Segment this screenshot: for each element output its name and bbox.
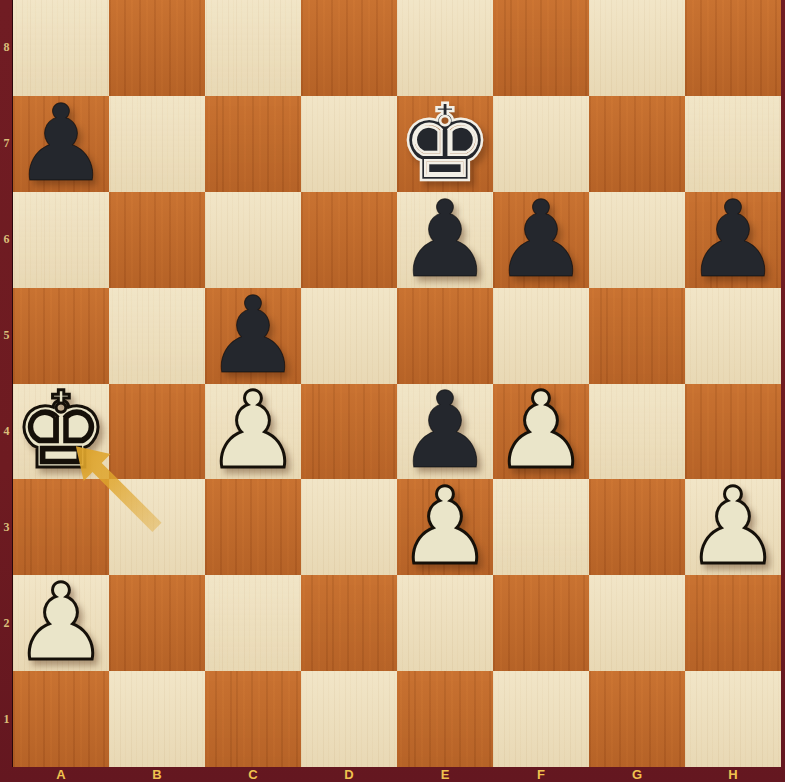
square-c7[interactable] (205, 96, 301, 192)
square-e3[interactable]: ♟ (397, 479, 493, 575)
white-pawn[interactable]: ♟ (205, 384, 301, 480)
square-c3[interactable] (205, 479, 301, 575)
square-g5[interactable] (589, 288, 685, 384)
file-label-h: H (685, 767, 781, 782)
square-a7[interactable]: ♟ (13, 96, 109, 192)
square-d4[interactable] (301, 384, 397, 480)
square-g8[interactable] (589, 0, 685, 96)
square-e6[interactable]: ♟ (397, 192, 493, 288)
square-d7[interactable] (301, 96, 397, 192)
rank-labels: 87654321 (0, 0, 13, 767)
square-d5[interactable] (301, 288, 397, 384)
white-pawn[interactable]: ♟ (685, 479, 781, 575)
square-a2[interactable]: ♟ (13, 575, 109, 671)
square-a1[interactable] (13, 671, 109, 767)
file-label-a: A (13, 767, 109, 782)
square-g4[interactable] (589, 384, 685, 480)
square-d8[interactable] (301, 0, 397, 96)
square-d6[interactable] (301, 192, 397, 288)
rank-label-1: 1 (0, 671, 13, 767)
square-g6[interactable] (589, 192, 685, 288)
file-label-b: B (109, 767, 205, 782)
chess-board: ♟♚♟♟♟♟♚♟♟♟♟♟♟ (13, 0, 781, 767)
white-pawn[interactable]: ♟ (397, 479, 493, 575)
square-h1[interactable] (685, 671, 781, 767)
square-c4[interactable]: ♟ (205, 384, 301, 480)
square-h3[interactable]: ♟ (685, 479, 781, 575)
square-h8[interactable] (685, 0, 781, 96)
square-d2[interactable] (301, 575, 397, 671)
square-b3[interactable] (109, 479, 205, 575)
square-f3[interactable] (493, 479, 589, 575)
square-b6[interactable] (109, 192, 205, 288)
rank-label-6: 6 (0, 192, 13, 288)
square-h6[interactable]: ♟ (685, 192, 781, 288)
square-g2[interactable] (589, 575, 685, 671)
square-f1[interactable] (493, 671, 589, 767)
square-b1[interactable] (109, 671, 205, 767)
rank-label-4: 4 (0, 384, 13, 480)
white-pawn[interactable]: ♟ (13, 575, 109, 671)
square-h5[interactable] (685, 288, 781, 384)
rank-label-7: 7 (0, 96, 13, 192)
square-d3[interactable] (301, 479, 397, 575)
rank-label-3: 3 (0, 479, 13, 575)
square-g7[interactable] (589, 96, 685, 192)
square-b2[interactable] (109, 575, 205, 671)
file-label-f: F (493, 767, 589, 782)
square-e2[interactable] (397, 575, 493, 671)
square-b5[interactable] (109, 288, 205, 384)
file-label-d: D (301, 767, 397, 782)
square-a4[interactable]: ♚ (13, 384, 109, 480)
square-g3[interactable] (589, 479, 685, 575)
square-h2[interactable] (685, 575, 781, 671)
file-label-e: E (397, 767, 493, 782)
square-c8[interactable] (205, 0, 301, 96)
square-a6[interactable] (13, 192, 109, 288)
square-g1[interactable] (589, 671, 685, 767)
square-c2[interactable] (205, 575, 301, 671)
rank-label-5: 5 (0, 288, 13, 384)
file-label-g: G (589, 767, 685, 782)
rank-label-8: 8 (0, 0, 13, 96)
black-pawn[interactable]: ♟ (397, 192, 493, 288)
file-label-c: C (205, 767, 301, 782)
square-d1[interactable] (301, 671, 397, 767)
square-f6[interactable]: ♟ (493, 192, 589, 288)
black-pawn[interactable]: ♟ (685, 192, 781, 288)
square-c1[interactable] (205, 671, 301, 767)
square-f8[interactable] (493, 0, 589, 96)
file-labels: ABCDEFGH (13, 767, 781, 782)
white-king[interactable]: ♚ (13, 384, 109, 480)
white-pawn[interactable]: ♟ (493, 384, 589, 480)
square-f4[interactable]: ♟ (493, 384, 589, 480)
square-b7[interactable] (109, 96, 205, 192)
black-pawn[interactable]: ♟ (493, 192, 589, 288)
black-pawn[interactable]: ♟ (13, 96, 109, 192)
chessboard-widget: 87654321 ♟♚♟♟♟♟♚♟♟♟♟♟♟ ABCDEFGH (0, 0, 785, 782)
rank-label-2: 2 (0, 575, 13, 671)
square-e1[interactable] (397, 671, 493, 767)
square-b8[interactable] (109, 0, 205, 96)
square-f2[interactable] (493, 575, 589, 671)
square-b4[interactable] (109, 384, 205, 480)
